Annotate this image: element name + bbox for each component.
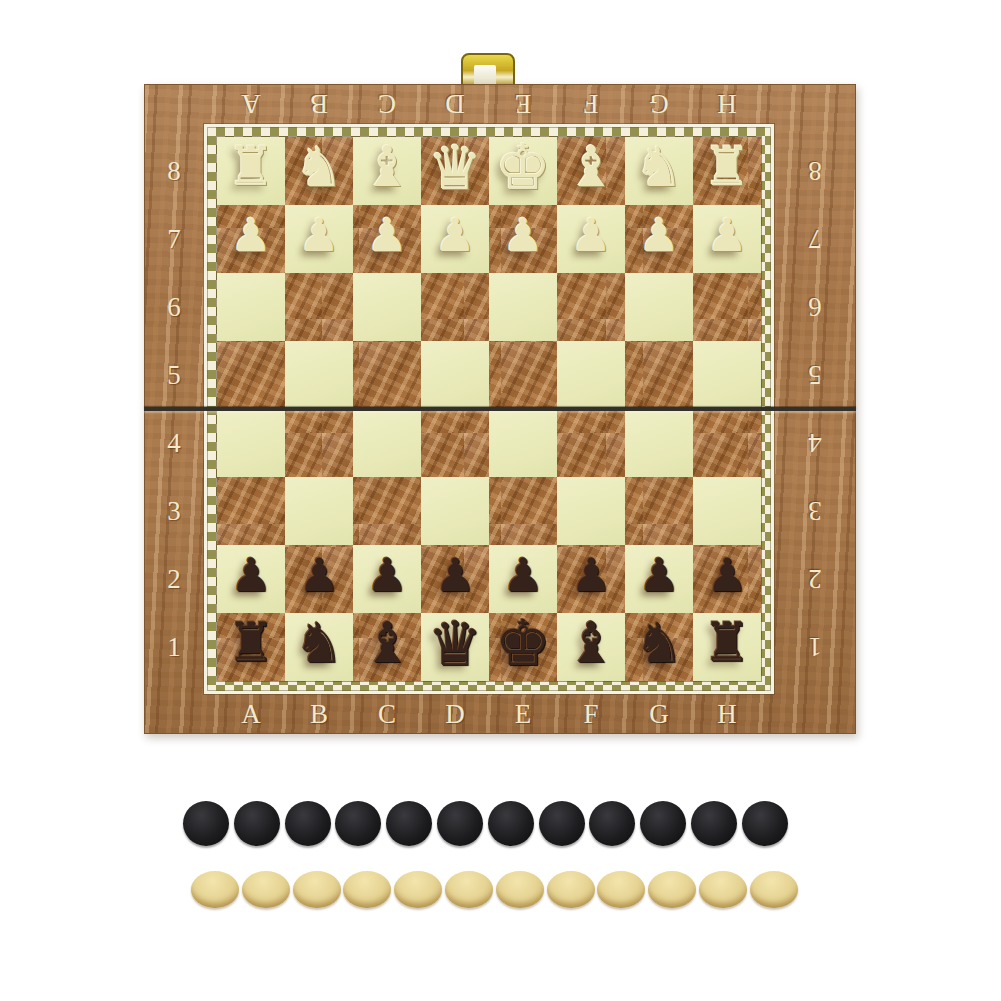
file-label: A xyxy=(217,84,285,124)
rank-label: 5 xyxy=(144,341,204,409)
square-e3[interactable] xyxy=(489,477,557,545)
white-bishop-piece: ♝ xyxy=(566,139,616,195)
square-f1[interactable]: ♝ xyxy=(557,613,625,681)
light-checker-disc[interactable] xyxy=(547,871,595,908)
light-checker-disc[interactable] xyxy=(699,871,747,908)
square-d5[interactable] xyxy=(421,341,489,409)
light-checker-disc[interactable] xyxy=(750,871,798,908)
product-photo: ABCDEFGH ABCDEFGH 87654321 87654321 ♜♞♝♛… xyxy=(0,0,1001,1001)
rank-label: 7 xyxy=(774,205,856,273)
white-king-piece: ♚ xyxy=(495,136,551,199)
black-pawn-piece: ♟ xyxy=(366,552,407,598)
square-f2[interactable]: ♟ xyxy=(557,545,625,613)
black-bishop-piece: ♝ xyxy=(566,615,616,671)
file-label: A xyxy=(217,694,285,734)
square-f5[interactable] xyxy=(557,341,625,409)
black-pawn-piece: ♟ xyxy=(570,552,611,598)
black-pawn-piece: ♟ xyxy=(230,552,271,598)
square-c1[interactable]: ♝ xyxy=(353,613,421,681)
square-d6[interactable] xyxy=(421,273,489,341)
square-h4[interactable] xyxy=(693,409,761,477)
chess-board: ABCDEFGH ABCDEFGH 87654321 87654321 ♜♞♝♛… xyxy=(144,84,856,734)
rank-label: 6 xyxy=(144,273,204,341)
square-a7[interactable]: ♟ xyxy=(217,205,285,273)
square-e1[interactable]: ♚ xyxy=(489,613,557,681)
square-a3[interactable] xyxy=(217,477,285,545)
square-h8[interactable]: ♜ xyxy=(693,137,761,205)
white-bishop-piece: ♝ xyxy=(362,139,412,195)
square-e7[interactable]: ♟ xyxy=(489,205,557,273)
square-h6[interactable] xyxy=(693,273,761,341)
square-g7[interactable]: ♟ xyxy=(625,205,693,273)
rank-label: 1 xyxy=(144,613,204,681)
square-a6[interactable] xyxy=(217,273,285,341)
square-b1[interactable]: ♞ xyxy=(285,613,353,681)
black-pawn-piece: ♟ xyxy=(502,552,543,598)
black-checker-disc[interactable] xyxy=(691,801,737,846)
square-e2[interactable]: ♟ xyxy=(489,545,557,613)
file-labels-top: ABCDEFGH xyxy=(217,84,761,124)
square-c7[interactable]: ♟ xyxy=(353,205,421,273)
square-a4[interactable] xyxy=(217,409,285,477)
file-label: D xyxy=(421,84,489,124)
square-f8[interactable]: ♝ xyxy=(557,137,625,205)
white-queen-piece: ♛ xyxy=(428,137,483,198)
square-d4[interactable] xyxy=(421,409,489,477)
square-e6[interactable] xyxy=(489,273,557,341)
light-checker-disc[interactable] xyxy=(648,871,696,908)
square-d2[interactable]: ♟ xyxy=(421,545,489,613)
square-b6[interactable] xyxy=(285,273,353,341)
black-checker-disc[interactable] xyxy=(183,801,229,846)
file-label: E xyxy=(489,694,557,734)
rank-label: 4 xyxy=(144,409,204,477)
square-c6[interactable] xyxy=(353,273,421,341)
rank-label: 1 xyxy=(774,613,856,681)
file-label: E xyxy=(489,84,557,124)
square-c4[interactable] xyxy=(353,409,421,477)
file-label: G xyxy=(625,84,693,124)
square-e4[interactable] xyxy=(489,409,557,477)
white-pawn-piece: ♟ xyxy=(706,212,747,258)
rank-label: 3 xyxy=(144,477,204,545)
light-checker-disc[interactable] xyxy=(293,871,341,908)
black-pawn-piece: ♟ xyxy=(638,552,679,598)
black-checker-disc[interactable] xyxy=(437,801,483,846)
square-a8[interactable]: ♜ xyxy=(217,137,285,205)
white-rook-piece: ♜ xyxy=(227,140,275,194)
rank-label: 2 xyxy=(774,545,856,613)
file-labels-bottom: ABCDEFGH xyxy=(217,694,761,734)
square-f7[interactable]: ♟ xyxy=(557,205,625,273)
white-pawn-piece: ♟ xyxy=(366,212,407,258)
square-h5[interactable] xyxy=(693,341,761,409)
file-label: C xyxy=(353,84,421,124)
rank-label: 4 xyxy=(774,409,856,477)
file-label: H xyxy=(693,84,761,124)
black-checker-disc[interactable] xyxy=(234,801,280,846)
black-checker-disc[interactable] xyxy=(640,801,686,846)
square-c3[interactable] xyxy=(353,477,421,545)
file-label: B xyxy=(285,694,353,734)
square-g3[interactable] xyxy=(625,477,693,545)
black-rook-piece: ♜ xyxy=(703,616,751,670)
rank-label: 7 xyxy=(144,205,204,273)
square-e8[interactable]: ♚ xyxy=(489,137,557,205)
square-a1[interactable]: ♜ xyxy=(217,613,285,681)
square-f3[interactable] xyxy=(557,477,625,545)
white-pawn-piece: ♟ xyxy=(570,212,611,258)
light-checker-disc[interactable] xyxy=(445,871,493,908)
black-pawn-piece: ♟ xyxy=(434,552,475,598)
black-pawn-piece: ♟ xyxy=(706,552,747,598)
square-a5[interactable] xyxy=(217,341,285,409)
black-checker-disc[interactable] xyxy=(285,801,331,846)
black-checker-disc[interactable] xyxy=(386,801,432,846)
square-b4[interactable] xyxy=(285,409,353,477)
square-c5[interactable] xyxy=(353,341,421,409)
black-checker-disc[interactable] xyxy=(539,801,585,846)
square-d8[interactable]: ♛ xyxy=(421,137,489,205)
file-label: F xyxy=(557,84,625,124)
rank-label: 8 xyxy=(774,137,856,205)
square-f4[interactable] xyxy=(557,409,625,477)
square-c8[interactable]: ♝ xyxy=(353,137,421,205)
file-label: C xyxy=(353,694,421,734)
rank-label: 3 xyxy=(774,477,856,545)
black-checker-disc[interactable] xyxy=(335,801,381,846)
rank-label: 8 xyxy=(144,137,204,205)
file-label: B xyxy=(285,84,353,124)
square-h3[interactable] xyxy=(693,477,761,545)
square-g5[interactable] xyxy=(625,341,693,409)
black-checker-disc[interactable] xyxy=(488,801,534,846)
white-knight-piece: ♞ xyxy=(634,140,683,195)
square-h1[interactable]: ♜ xyxy=(693,613,761,681)
square-c2[interactable]: ♟ xyxy=(353,545,421,613)
white-pawn-piece: ♟ xyxy=(434,212,475,258)
square-h7[interactable]: ♟ xyxy=(693,205,761,273)
square-f6[interactable] xyxy=(557,273,625,341)
square-g2[interactable]: ♟ xyxy=(625,545,693,613)
black-knight-piece: ♞ xyxy=(634,616,683,671)
square-d1[interactable]: ♛ xyxy=(421,613,489,681)
black-bishop-piece: ♝ xyxy=(362,615,412,671)
rank-label: 6 xyxy=(774,273,856,341)
square-d7[interactable]: ♟ xyxy=(421,205,489,273)
square-h2[interactable]: ♟ xyxy=(693,545,761,613)
square-g4[interactable] xyxy=(625,409,693,477)
file-label: D xyxy=(421,694,489,734)
square-g8[interactable]: ♞ xyxy=(625,137,693,205)
square-g1[interactable]: ♞ xyxy=(625,613,693,681)
square-b2[interactable]: ♟ xyxy=(285,545,353,613)
white-pawn-piece: ♟ xyxy=(638,212,679,258)
file-label: G xyxy=(625,694,693,734)
light-checker-disc[interactable] xyxy=(496,871,544,908)
file-label: F xyxy=(557,694,625,734)
white-rook-piece: ♜ xyxy=(703,140,751,194)
light-checker-disc[interactable] xyxy=(191,871,239,908)
black-rook-piece: ♜ xyxy=(227,616,275,670)
white-pawn-piece: ♟ xyxy=(298,212,339,258)
rank-label: 2 xyxy=(144,545,204,613)
white-pawn-piece: ♟ xyxy=(502,212,543,258)
white-knight-piece: ♞ xyxy=(294,140,343,195)
fold-hinge-seam xyxy=(144,407,856,411)
black-checker-disc[interactable] xyxy=(589,801,635,846)
light-checker-disc[interactable] xyxy=(394,871,442,908)
black-queen-piece: ♛ xyxy=(428,613,483,674)
light-checker-disc[interactable] xyxy=(343,871,391,908)
square-g6[interactable] xyxy=(625,273,693,341)
black-pawn-piece: ♟ xyxy=(298,552,339,598)
square-b3[interactable] xyxy=(285,477,353,545)
light-checker-disc[interactable] xyxy=(242,871,290,908)
square-b7[interactable]: ♟ xyxy=(285,205,353,273)
black-checker-disc[interactable] xyxy=(742,801,788,846)
white-pawn-piece: ♟ xyxy=(230,212,271,258)
light-checker-disc[interactable] xyxy=(597,871,645,908)
square-e5[interactable] xyxy=(489,341,557,409)
black-king-piece: ♚ xyxy=(495,612,551,675)
file-label: H xyxy=(693,694,761,734)
black-knight-piece: ♞ xyxy=(294,616,343,671)
square-d3[interactable] xyxy=(421,477,489,545)
rank-label: 5 xyxy=(774,341,856,409)
square-a2[interactable]: ♟ xyxy=(217,545,285,613)
square-b8[interactable]: ♞ xyxy=(285,137,353,205)
square-b5[interactable] xyxy=(285,341,353,409)
